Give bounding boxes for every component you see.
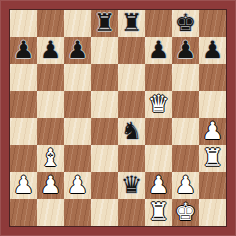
square-g8[interactable]: ♚: [172, 10, 199, 37]
square-f5[interactable]: ♛: [145, 91, 172, 118]
square-a3[interactable]: [10, 145, 37, 172]
square-f6[interactable]: [145, 64, 172, 91]
chessboard: ♜♜♚♟♟♟♟♟♟♛♞♟♝♜♟♟♟♛♟♟♜♚: [9, 9, 227, 227]
square-a6[interactable]: [10, 64, 37, 91]
square-h1[interactable]: [199, 199, 226, 226]
square-h7[interactable]: ♟: [199, 37, 226, 64]
black-rook-e8: ♜: [121, 10, 143, 37]
square-c2[interactable]: ♟: [64, 172, 91, 199]
square-a4[interactable]: [10, 118, 37, 145]
square-a1[interactable]: [10, 199, 37, 226]
square-h4[interactable]: ♟: [199, 118, 226, 145]
square-f3[interactable]: [145, 145, 172, 172]
square-b4[interactable]: [37, 118, 64, 145]
square-g7[interactable]: ♟: [172, 37, 199, 64]
square-h8[interactable]: [199, 10, 226, 37]
black-pawn-c7: ♟: [67, 37, 89, 64]
square-h5[interactable]: [199, 91, 226, 118]
square-d7[interactable]: [91, 37, 118, 64]
square-c4[interactable]: [64, 118, 91, 145]
square-c7[interactable]: ♟: [64, 37, 91, 64]
white-pawn-c2: ♟: [67, 172, 89, 199]
white-pawn-f2: ♟: [148, 172, 170, 199]
black-pawn-f7: ♟: [148, 37, 170, 64]
square-f1[interactable]: ♜: [145, 199, 172, 226]
square-d2[interactable]: [91, 172, 118, 199]
square-h3[interactable]: ♜: [199, 145, 226, 172]
square-f7[interactable]: ♟: [145, 37, 172, 64]
square-c6[interactable]: [64, 64, 91, 91]
square-a7[interactable]: ♟: [10, 37, 37, 64]
square-g1[interactable]: ♚: [172, 199, 199, 226]
black-pawn-b7: ♟: [40, 37, 62, 64]
square-g6[interactable]: [172, 64, 199, 91]
square-d5[interactable]: [91, 91, 118, 118]
white-queen-f5: ♛: [148, 91, 170, 118]
square-h2[interactable]: [199, 172, 226, 199]
square-e5[interactable]: [118, 91, 145, 118]
white-pawn-h4: ♟: [202, 118, 224, 145]
square-b7[interactable]: ♟: [37, 37, 64, 64]
square-a2[interactable]: ♟: [10, 172, 37, 199]
square-g5[interactable]: [172, 91, 199, 118]
square-e2[interactable]: ♛: [118, 172, 145, 199]
square-d4[interactable]: [91, 118, 118, 145]
square-c8[interactable]: [64, 10, 91, 37]
square-b2[interactable]: ♟: [37, 172, 64, 199]
black-knight-e4: ♞: [121, 118, 143, 145]
square-d8[interactable]: ♜: [91, 10, 118, 37]
black-king-g8: ♚: [175, 10, 197, 37]
white-bishop-b3: ♝: [40, 145, 62, 172]
square-g4[interactable]: [172, 118, 199, 145]
black-rook-d8: ♜: [94, 10, 116, 37]
white-pawn-a2: ♟: [13, 172, 35, 199]
square-d6[interactable]: [91, 64, 118, 91]
square-c1[interactable]: [64, 199, 91, 226]
square-e3[interactable]: [118, 145, 145, 172]
white-rook-f1: ♜: [148, 199, 170, 226]
square-c5[interactable]: [64, 91, 91, 118]
square-b5[interactable]: [37, 91, 64, 118]
chessboard-frame: ♜♜♚♟♟♟♟♟♟♛♞♟♝♜♟♟♟♛♟♟♜♚: [0, 0, 236, 236]
square-a5[interactable]: [10, 91, 37, 118]
square-d3[interactable]: [91, 145, 118, 172]
square-g2[interactable]: ♟: [172, 172, 199, 199]
black-queen-e2: ♛: [121, 172, 143, 199]
square-a8[interactable]: [10, 10, 37, 37]
square-e6[interactable]: [118, 64, 145, 91]
square-f4[interactable]: [145, 118, 172, 145]
white-king-g1: ♚: [175, 199, 197, 226]
square-b8[interactable]: [37, 10, 64, 37]
square-b1[interactable]: [37, 199, 64, 226]
square-g3[interactable]: [172, 145, 199, 172]
white-rook-h3: ♜: [202, 145, 224, 172]
square-e7[interactable]: [118, 37, 145, 64]
square-e8[interactable]: ♜: [118, 10, 145, 37]
square-h6[interactable]: [199, 64, 226, 91]
black-pawn-g7: ♟: [175, 37, 197, 64]
square-c3[interactable]: [64, 145, 91, 172]
square-b3[interactable]: ♝: [37, 145, 64, 172]
black-pawn-a7: ♟: [13, 37, 35, 64]
square-f8[interactable]: [145, 10, 172, 37]
square-e4[interactable]: ♞: [118, 118, 145, 145]
white-pawn-g2: ♟: [175, 172, 197, 199]
black-pawn-h7: ♟: [202, 37, 224, 64]
white-pawn-b2: ♟: [40, 172, 62, 199]
square-e1[interactable]: [118, 199, 145, 226]
square-b6[interactable]: [37, 64, 64, 91]
square-d1[interactable]: [91, 199, 118, 226]
square-f2[interactable]: ♟: [145, 172, 172, 199]
